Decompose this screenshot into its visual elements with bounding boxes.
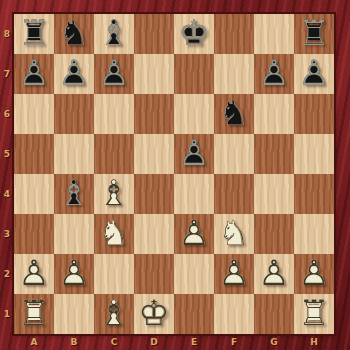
piece-black-pawn[interactable]: ♟♙ bbox=[254, 54, 294, 94]
rank-label-8: 8 bbox=[0, 14, 14, 54]
square-a8[interactable]: ♜♖ bbox=[14, 14, 54, 54]
file-label-c: C bbox=[94, 334, 134, 350]
piece-white-knight[interactable]: ♞♘ bbox=[214, 214, 254, 254]
piece-black-knight[interactable]: ♞♘ bbox=[214, 94, 254, 134]
square-f4[interactable] bbox=[214, 174, 254, 214]
rank-label-2: 2 bbox=[0, 254, 14, 294]
square-c3[interactable]: ♞♘ bbox=[94, 214, 134, 254]
square-g3[interactable] bbox=[254, 214, 294, 254]
file-label-a: A bbox=[14, 334, 54, 350]
square-d3[interactable] bbox=[134, 214, 174, 254]
piece-black-knight[interactable]: ♞♘ bbox=[54, 14, 94, 54]
file-label-h: H bbox=[294, 334, 334, 350]
square-b3[interactable] bbox=[54, 214, 94, 254]
piece-black-bishop[interactable]: ♝♗ bbox=[94, 14, 134, 54]
square-a5[interactable] bbox=[14, 134, 54, 174]
piece-black-pawn[interactable]: ♟♙ bbox=[94, 54, 134, 94]
square-d5[interactable] bbox=[134, 134, 174, 174]
square-d8[interactable] bbox=[134, 14, 174, 54]
square-c8[interactable]: ♝♗ bbox=[94, 14, 134, 54]
square-c5[interactable] bbox=[94, 134, 134, 174]
square-b6[interactable] bbox=[54, 94, 94, 134]
file-label-e: E bbox=[174, 334, 214, 350]
piece-black-rook[interactable]: ♜♖ bbox=[14, 14, 54, 54]
square-a3[interactable] bbox=[14, 214, 54, 254]
piece-black-rook[interactable]: ♜♖ bbox=[294, 14, 334, 54]
square-g2[interactable]: ♟♙ bbox=[254, 254, 294, 294]
piece-white-pawn[interactable]: ♟♙ bbox=[294, 254, 334, 294]
square-c7[interactable]: ♟♙ bbox=[94, 54, 134, 94]
square-e3[interactable]: ♟♙ bbox=[174, 214, 214, 254]
square-b2[interactable]: ♟♙ bbox=[54, 254, 94, 294]
square-h2[interactable]: ♟♙ bbox=[294, 254, 334, 294]
square-c6[interactable] bbox=[94, 94, 134, 134]
square-a4[interactable] bbox=[14, 174, 54, 214]
piece-white-pawn[interactable]: ♟♙ bbox=[14, 254, 54, 294]
square-h4[interactable] bbox=[294, 174, 334, 214]
square-b7[interactable]: ♟♙ bbox=[54, 54, 94, 94]
piece-black-king[interactable]: ♚♔ bbox=[174, 14, 214, 54]
square-h8[interactable]: ♜♖ bbox=[294, 14, 334, 54]
piece-white-bishop[interactable]: ♝♗ bbox=[94, 174, 134, 214]
square-h5[interactable] bbox=[294, 134, 334, 174]
file-label-b: B bbox=[54, 334, 94, 350]
square-g4[interactable] bbox=[254, 174, 294, 214]
piece-white-knight[interactable]: ♞♘ bbox=[94, 214, 134, 254]
square-a1[interactable]: ♜♖ bbox=[14, 294, 54, 334]
piece-black-pawn[interactable]: ♟♙ bbox=[14, 54, 54, 94]
chess-app-window: 87654321 ABCDEFGH ♜♖♞♘♝♗♚♔♜♖♟♙♟♙♟♙♟♙♟♙♞♘… bbox=[0, 0, 350, 350]
square-a2[interactable]: ♟♙ bbox=[14, 254, 54, 294]
square-g8[interactable] bbox=[254, 14, 294, 54]
piece-white-pawn[interactable]: ♟♙ bbox=[254, 254, 294, 294]
square-e5[interactable]: ♟♙ bbox=[174, 134, 214, 174]
square-g7[interactable]: ♟♙ bbox=[254, 54, 294, 94]
square-d1[interactable]: ♚♔ bbox=[134, 294, 174, 334]
square-g6[interactable] bbox=[254, 94, 294, 134]
piece-white-bishop[interactable]: ♝♗ bbox=[94, 294, 134, 334]
square-d7[interactable] bbox=[134, 54, 174, 94]
rank-labels: 87654321 bbox=[0, 14, 14, 334]
square-b8[interactable]: ♞♘ bbox=[54, 14, 94, 54]
piece-white-pawn[interactable]: ♟♙ bbox=[214, 254, 254, 294]
square-f6[interactable]: ♞♘ bbox=[214, 94, 254, 134]
piece-white-rook[interactable]: ♜♖ bbox=[294, 294, 334, 334]
chess-board: ♜♖♞♘♝♗♚♔♜♖♟♙♟♙♟♙♟♙♟♙♞♘♟♙♝♗♝♗♞♘♟♙♞♘♟♙♟♙♟♙… bbox=[14, 14, 334, 334]
file-label-d: D bbox=[134, 334, 174, 350]
square-f3[interactable]: ♞♘ bbox=[214, 214, 254, 254]
piece-white-pawn[interactable]: ♟♙ bbox=[174, 214, 214, 254]
piece-black-pawn[interactable]: ♟♙ bbox=[174, 134, 214, 174]
file-labels: ABCDEFGH bbox=[14, 334, 334, 350]
square-g5[interactable] bbox=[254, 134, 294, 174]
square-f8[interactable] bbox=[214, 14, 254, 54]
rank-label-4: 4 bbox=[0, 174, 14, 214]
square-b1[interactable] bbox=[54, 294, 94, 334]
square-c4[interactable]: ♝♗ bbox=[94, 174, 134, 214]
square-f1[interactable] bbox=[214, 294, 254, 334]
square-f2[interactable]: ♟♙ bbox=[214, 254, 254, 294]
square-e8[interactable]: ♚♔ bbox=[174, 14, 214, 54]
piece-black-pawn[interactable]: ♟♙ bbox=[54, 54, 94, 94]
square-d6[interactable] bbox=[134, 94, 174, 134]
piece-white-rook[interactable]: ♜♖ bbox=[14, 294, 54, 334]
square-a7[interactable]: ♟♙ bbox=[14, 54, 54, 94]
square-a6[interactable] bbox=[14, 94, 54, 134]
square-c2[interactable] bbox=[94, 254, 134, 294]
square-c1[interactable]: ♝♗ bbox=[94, 294, 134, 334]
square-d2[interactable] bbox=[134, 254, 174, 294]
piece-black-bishop[interactable]: ♝♗ bbox=[54, 174, 94, 214]
rank-label-5: 5 bbox=[0, 134, 14, 174]
piece-black-pawn[interactable]: ♟♙ bbox=[294, 54, 334, 94]
rank-label-6: 6 bbox=[0, 94, 14, 134]
square-e4[interactable] bbox=[174, 174, 214, 214]
square-h7[interactable]: ♟♙ bbox=[294, 54, 334, 94]
square-e1[interactable] bbox=[174, 294, 214, 334]
piece-white-king[interactable]: ♚♔ bbox=[134, 294, 174, 334]
piece-white-pawn[interactable]: ♟♙ bbox=[54, 254, 94, 294]
file-label-g: G bbox=[254, 334, 294, 350]
rank-label-7: 7 bbox=[0, 54, 14, 94]
square-e2[interactable] bbox=[174, 254, 214, 294]
square-h6[interactable] bbox=[294, 94, 334, 134]
square-h3[interactable] bbox=[294, 214, 334, 254]
square-b5[interactable] bbox=[54, 134, 94, 174]
square-g1[interactable] bbox=[254, 294, 294, 334]
rank-label-3: 3 bbox=[0, 214, 14, 254]
square-e6[interactable] bbox=[174, 94, 214, 134]
file-label-f: F bbox=[214, 334, 254, 350]
square-e7[interactable] bbox=[174, 54, 214, 94]
square-f7[interactable] bbox=[214, 54, 254, 94]
rank-label-1: 1 bbox=[0, 294, 14, 334]
square-d4[interactable] bbox=[134, 174, 174, 214]
square-h1[interactable]: ♜♖ bbox=[294, 294, 334, 334]
square-f5[interactable] bbox=[214, 134, 254, 174]
square-b4[interactable]: ♝♗ bbox=[54, 174, 94, 214]
